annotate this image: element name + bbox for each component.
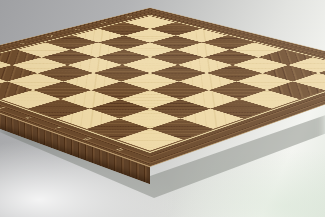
square-e4 (121, 73, 178, 90)
square-g3 (150, 99, 211, 118)
square-e3 (92, 81, 150, 99)
square-h4 (211, 99, 272, 118)
square-g2 (119, 109, 181, 129)
square-h2 (150, 118, 214, 139)
square-f1 (57, 109, 119, 129)
file-label-d: d (0, 106, 6, 110)
square-b1 (0, 73, 7, 90)
square-c1 (0, 81, 33, 99)
square-f2 (89, 99, 150, 118)
square-d1 (1, 90, 61, 109)
square-h6 (267, 81, 325, 99)
square-d2 (33, 81, 91, 99)
square-f3 (120, 90, 180, 109)
square-f5 (179, 73, 236, 90)
file-label-h: h (113, 148, 125, 152)
square-h5 (239, 90, 299, 109)
square-g6 (236, 73, 293, 90)
file-label-g: g (82, 137, 94, 141)
square-g1 (86, 118, 150, 139)
square-h1 (118, 129, 183, 151)
square-h7 (293, 73, 325, 90)
square-g4 (180, 90, 240, 109)
square-f4 (150, 81, 208, 99)
file-label-e: e (23, 116, 35, 120)
file-label-f: f (53, 126, 63, 129)
square-e1 (28, 99, 89, 118)
square-g5 (208, 81, 266, 99)
square-c2 (7, 73, 64, 90)
square-d3 (64, 73, 121, 90)
square-h3 (181, 109, 243, 129)
chessboard-product-photo: abcdefgh 12345678 (0, 0, 325, 217)
square-e2 (61, 90, 121, 109)
